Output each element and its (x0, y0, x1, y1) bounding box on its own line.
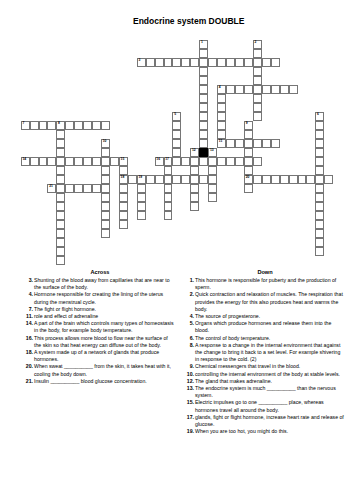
grid-cell[interactable] (235, 85, 244, 94)
grid-cell[interactable] (253, 67, 262, 76)
grid-cell[interactable] (253, 76, 262, 85)
clue-item-across-11: 11. role and effect of adrenaline (25, 313, 175, 320)
clue-item-number: 13. (186, 385, 194, 392)
grid-cell[interactable]: 16 (155, 157, 164, 166)
grid-cell[interactable] (226, 139, 235, 148)
clue-item-down-9: 9. Chemical messengers that travel in th… (186, 363, 344, 370)
grid-cell[interactable] (172, 139, 181, 148)
grid-cell[interactable] (164, 211, 173, 220)
down-clues: 1. This hormone is responsible for puber… (186, 277, 344, 435)
grid-cell[interactable] (92, 184, 101, 193)
grid-cell[interactable] (199, 58, 208, 67)
clue-number: 13 (210, 149, 214, 153)
grid-cell[interactable]: 8 (56, 121, 65, 130)
grid-cell[interactable] (172, 148, 181, 157)
clue-item-across-14: 14. A part of the brain which controls m… (25, 320, 175, 334)
grid-cell[interactable] (101, 121, 110, 130)
grid-cell[interactable] (101, 229, 110, 238)
clue-number: 3 (138, 59, 140, 63)
clue-item-number: 19. (186, 428, 194, 435)
grid-cell[interactable] (65, 121, 74, 130)
grid-cell[interactable] (83, 121, 92, 130)
clue-item-number: 15. (186, 399, 194, 406)
clue-item-number: 11. (25, 313, 33, 320)
page-title: Endocrine system DOUBLE (133, 16, 244, 26)
grid-cell[interactable] (56, 202, 65, 211)
grid-cell[interactable] (190, 193, 199, 202)
grid-cell[interactable] (199, 157, 208, 166)
grid-cell[interactable] (253, 157, 262, 166)
grid-cell[interactable] (56, 193, 65, 202)
grid-cell[interactable] (315, 139, 324, 148)
grid-cell[interactable]: 6 (315, 112, 324, 121)
clue-item-across-16: 16. This process allows more blood to fl… (25, 335, 175, 349)
grid-cell[interactable] (164, 166, 173, 175)
black-cell (199, 148, 208, 157)
grid-cell[interactable] (244, 148, 253, 157)
grid-cell[interactable] (74, 157, 83, 166)
grid-cell[interactable] (119, 220, 128, 229)
grid-cell[interactable] (262, 85, 271, 94)
grid-cell[interactable] (65, 157, 74, 166)
grid-cell[interactable] (244, 58, 253, 67)
grid-cell[interactable] (208, 157, 217, 166)
grid-cell[interactable] (30, 157, 39, 166)
grid-cell[interactable] (253, 175, 262, 184)
grid-cell[interactable]: 4 (217, 85, 226, 94)
grid-cell[interactable] (199, 49, 208, 58)
grid-cell[interactable] (56, 139, 65, 148)
grid-cell[interactable] (315, 238, 324, 247)
grid-cell[interactable] (208, 184, 217, 193)
clue-item-number: 12. (186, 378, 194, 385)
grid-cell[interactable] (244, 130, 253, 139)
grid-cell[interactable] (315, 184, 324, 193)
grid-cell[interactable] (235, 157, 244, 166)
grid-cell[interactable] (253, 94, 262, 103)
clue-item-across-21: 21. Insulin __________ blood glucose con… (25, 378, 175, 385)
grid-cell[interactable] (262, 58, 271, 67)
grid-cell[interactable] (47, 121, 56, 130)
grid-cell[interactable] (83, 184, 92, 193)
grid-cell[interactable] (199, 175, 208, 184)
clue-number: 6 (317, 113, 319, 117)
clue-item-number: 4. (25, 291, 33, 298)
grid-cell[interactable] (172, 58, 181, 67)
grid-cell[interactable] (253, 49, 262, 58)
grid-cell[interactable] (315, 247, 324, 256)
grid-cell[interactable] (101, 157, 110, 166)
grid-cell[interactable] (217, 94, 226, 103)
grid-cell[interactable] (164, 202, 173, 211)
grid-cell[interactable] (226, 157, 235, 166)
clue-item-across-18: 18. A system made up of a network of gla… (25, 349, 175, 363)
grid-cell[interactable] (315, 121, 324, 130)
grid-cell[interactable] (56, 175, 65, 184)
clue-number: 21 (49, 185, 53, 189)
grid-cell[interactable] (217, 103, 226, 112)
grid-cell[interactable] (208, 193, 217, 202)
clue-item-down-12: 12. The gland that makes adrenaline. (186, 378, 344, 385)
grid-cell[interactable] (110, 157, 119, 166)
clue-item-number: 9. (186, 363, 194, 370)
grid-cell[interactable] (315, 175, 324, 184)
grid-cell[interactable] (315, 166, 324, 175)
grid-cell[interactable] (181, 175, 190, 184)
grid-cell[interactable] (119, 211, 128, 220)
crossword-grid: 347811141516171819202112569101213 (21, 40, 334, 266)
grid-cell[interactable]: 9 (244, 121, 253, 130)
grid-cell[interactable] (137, 211, 146, 220)
grid-cell[interactable] (56, 166, 65, 175)
grid-cell[interactable] (226, 85, 235, 94)
grid-cell[interactable] (56, 238, 65, 247)
grid-cell[interactable]: 14 (21, 157, 30, 166)
clue-item-down-13: 13. The endocrine system is much _______… (186, 385, 344, 399)
grid-cell[interactable] (208, 166, 217, 175)
grid-cell[interactable] (56, 229, 65, 238)
grid-cell[interactable] (280, 85, 289, 94)
grid-cell[interactable] (199, 94, 208, 103)
grid-cell[interactable] (244, 85, 253, 94)
grid-cell[interactable] (137, 202, 146, 211)
grid-cell[interactable]: 7 (21, 121, 30, 130)
grid-cell[interactable] (217, 157, 226, 166)
grid-cell[interactable] (253, 139, 262, 148)
grid-cell[interactable] (39, 121, 48, 130)
clue-item-number: 4. (186, 313, 194, 320)
grid-cell[interactable] (137, 193, 146, 202)
grid-cell[interactable] (199, 76, 208, 85)
grid-cell[interactable]: 20 (244, 175, 253, 184)
grid-cell[interactable] (181, 157, 190, 166)
grid-cell[interactable] (56, 220, 65, 229)
grid-cell[interactable] (56, 130, 65, 139)
grid-cell[interactable] (181, 58, 190, 67)
grid-cell[interactable] (190, 157, 199, 166)
grid-cell[interactable] (101, 211, 110, 220)
grid-cell[interactable] (315, 157, 324, 166)
clue-item-number: 18. (25, 349, 33, 356)
grid-cell[interactable] (74, 184, 83, 193)
grid-cell[interactable] (101, 220, 110, 229)
grid-cell[interactable] (253, 58, 262, 67)
grid-cell[interactable] (262, 139, 271, 148)
grid-cell[interactable] (298, 175, 307, 184)
grid-cell[interactable] (164, 193, 173, 202)
grid-cell[interactable] (190, 58, 199, 67)
grid-cell[interactable] (324, 175, 333, 184)
grid-cell[interactable] (47, 157, 56, 166)
clue-number: 20 (246, 176, 250, 180)
grid-cell[interactable] (155, 58, 164, 67)
grid-cell[interactable] (315, 148, 324, 157)
clue-number: 7 (22, 122, 24, 126)
grid-cell[interactable] (56, 184, 65, 193)
across-header: Across (25, 269, 175, 275)
grid-cell[interactable] (235, 139, 244, 148)
clue-item-number: 7. (25, 306, 33, 313)
grid-cell[interactable] (30, 121, 39, 130)
clue-number: 5 (174, 113, 176, 117)
down-header: Down (186, 269, 344, 275)
grid-cell[interactable] (199, 67, 208, 76)
clue-item-number: 2. (186, 291, 194, 298)
grid-cell[interactable] (271, 58, 280, 67)
clue-item-number: 14. (25, 320, 33, 327)
clue-item-down-19: 19. When you are too hot, you might do t… (186, 428, 344, 435)
clue-number: 1 (201, 41, 203, 45)
grid-cell[interactable] (271, 85, 280, 94)
clue-item-across-7: 7. The fight or flight hormone. (25, 306, 175, 313)
grid-cell[interactable]: 3 (137, 58, 146, 67)
grid-cell[interactable] (101, 148, 110, 157)
clue-item-down-15: 15. Electric impulses go to one ________… (186, 399, 344, 413)
grid-cell[interactable] (101, 175, 110, 184)
grid-cell[interactable]: 10 (101, 139, 110, 148)
grid-cell[interactable] (289, 175, 298, 184)
grid-cell[interactable]: 19 (137, 175, 146, 184)
grid-cell[interactable] (289, 85, 298, 94)
grid-cell[interactable] (199, 130, 208, 139)
grid-cell[interactable]: 12 (190, 148, 199, 157)
grid-cell[interactable] (39, 157, 48, 166)
grid-cell[interactable] (253, 103, 262, 112)
clue-item-down-4: 4. The source of progesterone. (186, 313, 344, 320)
clue-number: 9 (246, 122, 248, 126)
clue-number: 10 (103, 140, 107, 144)
grid-cell[interactable] (155, 175, 164, 184)
grid-cell[interactable] (92, 121, 101, 130)
across-clues: 3. Shunting of the blood away from capil… (25, 277, 175, 385)
grid-cell[interactable]: 13 (208, 148, 217, 157)
grid-cell[interactable] (172, 157, 181, 166)
grid-cell[interactable] (253, 85, 262, 94)
clue-number: 18 (121, 176, 125, 180)
grid-cell[interactable] (172, 130, 181, 139)
grid-cell[interactable] (280, 175, 289, 184)
clue-number: 8 (58, 122, 60, 126)
grid-cell[interactable]: 2 (253, 40, 262, 49)
grid-cell[interactable] (101, 166, 110, 175)
grid-cell[interactable] (92, 157, 101, 166)
clue-item-number: 17. (186, 414, 194, 421)
clue-number: 4 (219, 86, 221, 90)
grid-cell[interactable] (262, 175, 271, 184)
clue-item-number: 20. (25, 363, 33, 370)
crossword-worksheet: { "title": "Endocrine system DOUBLE", "g… (0, 0, 353, 500)
clue-item-number: 1. (186, 277, 194, 284)
clue-number: 15 (121, 158, 125, 162)
grid-cell[interactable] (235, 58, 244, 67)
grid-cell[interactable] (315, 193, 324, 202)
clue-item-down-10: 10. controlling the internal environment… (186, 371, 344, 378)
grid-cell[interactable] (226, 58, 235, 67)
clue-item-down-17: 17. glands, fight or flight hormone, inc… (186, 414, 344, 428)
grid-cell[interactable] (315, 211, 324, 220)
grid-cell[interactable] (101, 193, 110, 202)
grid-cell[interactable] (217, 58, 226, 67)
grid-cell[interactable] (172, 175, 181, 184)
grid-cell[interactable] (253, 112, 262, 121)
clue-item-number: 5. (186, 320, 194, 327)
clue-item-number: 6. (186, 335, 194, 342)
clue-item-down-2: 2. Quick contraction and relaxation of m… (186, 291, 344, 313)
grid-cell[interactable] (56, 211, 65, 220)
clue-number: 19 (138, 176, 142, 180)
grid-cell[interactable] (190, 175, 199, 184)
grid-cell[interactable] (244, 184, 253, 193)
grid-cell[interactable] (119, 202, 128, 211)
grid-cell[interactable] (101, 202, 110, 211)
grid-cell[interactable] (190, 184, 199, 193)
grid-cell[interactable] (146, 175, 155, 184)
grid-cell[interactable] (74, 121, 83, 130)
grid-cell[interactable] (190, 166, 199, 175)
grid-cell[interactable] (217, 112, 226, 121)
grid-cell[interactable] (315, 130, 324, 139)
clue-item-down-5: 5. Organs which produce hormones and rel… (186, 320, 344, 334)
grid-cell[interactable] (199, 112, 208, 121)
grid-cell[interactable] (244, 157, 253, 166)
grid-cell[interactable] (217, 121, 226, 130)
grid-cell[interactable] (199, 103, 208, 112)
grid-cell[interactable] (146, 58, 155, 67)
grid-cell[interactable] (56, 256, 65, 265)
grid-cell[interactable] (56, 148, 65, 157)
clue-item-number: 10. (186, 371, 194, 378)
grid-cell[interactable]: 21 (47, 184, 56, 193)
grid-cell[interactable] (119, 193, 128, 202)
grid-cell[interactable] (315, 229, 324, 238)
grid-cell[interactable] (199, 139, 208, 148)
clue-number: 12 (192, 149, 196, 153)
grid-cell[interactable] (56, 157, 65, 166)
grid-cell[interactable] (271, 139, 280, 148)
grid-cell[interactable] (244, 166, 253, 175)
grid-cell[interactable]: 17 (164, 157, 173, 166)
grid-cell[interactable] (208, 58, 217, 67)
grid-cell[interactable] (119, 184, 128, 193)
grid-cell[interactable] (244, 139, 253, 148)
clue-item-down-1: 1. This hormone is responsible for puber… (186, 277, 344, 291)
clue-item-across-4: 4. Hormone responsible for creating the … (25, 291, 175, 305)
grid-cell[interactable]: 11 (217, 139, 226, 148)
clue-item-number: 3. (25, 277, 33, 284)
clue-item-number: 21. (25, 378, 33, 385)
grid-cell[interactable] (315, 220, 324, 229)
clue-number: 17 (165, 158, 169, 162)
grid-cell[interactable]: 5 (172, 112, 181, 121)
grid-cell[interactable] (199, 85, 208, 94)
clue-number: 14 (22, 158, 26, 162)
grid-cell[interactable] (315, 202, 324, 211)
clue-item-down-8: 8. A response to a change in the interna… (186, 342, 344, 364)
grid-cell[interactable] (56, 247, 65, 256)
grid-cell[interactable] (128, 175, 137, 184)
clue-number: 2 (255, 41, 257, 45)
grid-cell[interactable] (190, 202, 199, 211)
clue-item-number: 8. (186, 342, 194, 349)
clue-number: 11 (219, 140, 223, 144)
clue-item-across-3: 3. Shunting of the blood away from capil… (25, 277, 175, 291)
grid-cell[interactable] (208, 175, 217, 184)
grid-cell[interactable]: 1 (199, 40, 208, 49)
grid-cell[interactable]: 15 (119, 157, 128, 166)
grid-cell[interactable] (217, 130, 226, 139)
grid-cell[interactable] (172, 121, 181, 130)
grid-cell[interactable] (83, 157, 92, 166)
grid-cell[interactable] (65, 184, 74, 193)
grid-cell[interactable] (306, 175, 315, 184)
clue-item-number: 16. (25, 335, 33, 342)
grid-cell[interactable] (164, 58, 173, 67)
grid-cell[interactable] (199, 121, 208, 130)
clue-item-down-6: 6. The control of body temperature. (186, 335, 344, 342)
clue-number: 16 (156, 158, 160, 162)
grid-cell[interactable] (271, 175, 280, 184)
grid-cell[interactable] (101, 184, 110, 193)
grid-cell[interactable] (164, 184, 173, 193)
grid-cell[interactable]: 18 (119, 175, 128, 184)
clue-item-across-20: 20. When sweat __________ from the skin,… (25, 363, 175, 377)
grid-cell[interactable] (119, 166, 128, 175)
grid-cell[interactable] (137, 184, 146, 193)
grid-cell[interactable] (164, 175, 173, 184)
